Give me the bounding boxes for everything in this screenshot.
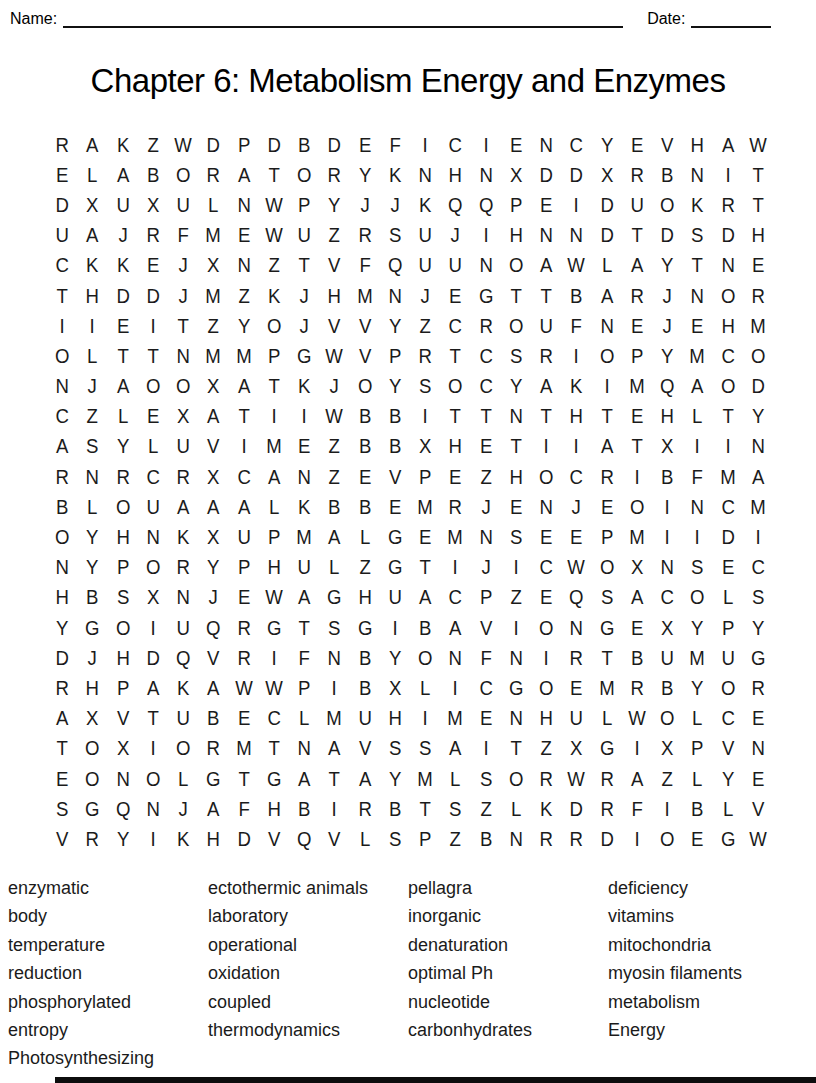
grid-cell: V	[320, 311, 348, 341]
grid-cell: L	[139, 432, 167, 462]
grid-cell: O	[653, 704, 681, 734]
grid-cell: C	[714, 704, 742, 734]
grid-cell: C	[562, 130, 590, 160]
grid-cell: Z	[532, 734, 560, 764]
grid-cell: O	[532, 673, 560, 703]
grid-cell: E	[744, 251, 772, 281]
grid-cell: D	[199, 130, 227, 160]
grid-cell: M	[290, 522, 318, 552]
grid-cell: O	[502, 251, 530, 281]
grid-cell: H	[562, 402, 590, 432]
grid-cell: H	[48, 583, 76, 613]
grid-cell: X	[411, 432, 439, 462]
grid-cell: L	[78, 160, 106, 190]
grid-cell: R	[169, 553, 197, 583]
grid-cell: S	[411, 734, 439, 764]
grid-cell: L	[351, 824, 379, 854]
grid-cell: W	[320, 341, 348, 371]
grid-cell: N	[472, 522, 500, 552]
grid-cell: U	[230, 522, 258, 552]
grid-cell: F	[562, 311, 590, 341]
grid-cell: C	[532, 553, 560, 583]
word-item: deficiency	[608, 874, 808, 902]
grid-cell: B	[351, 402, 379, 432]
grid-cell: I	[320, 794, 348, 824]
grid-cell: N	[532, 221, 560, 251]
grid-cell: D	[593, 190, 621, 220]
grid-cell: E	[381, 492, 409, 522]
grid-cell: K	[532, 794, 560, 824]
grid-cell: X	[562, 734, 590, 764]
grid-cell: J	[381, 190, 409, 220]
grid-cell: C	[653, 583, 681, 613]
grid-cell: I	[502, 613, 530, 643]
grid-cell: J	[472, 553, 500, 583]
grid-cell: O	[351, 372, 379, 402]
grid-cell: L	[109, 402, 137, 432]
grid-cell: T	[472, 402, 500, 432]
grid-cell: B	[381, 794, 409, 824]
grid-cell: I	[593, 372, 621, 402]
grid-cell: A	[199, 492, 227, 522]
grid-cell: V	[260, 824, 288, 854]
grid-cell: R	[562, 643, 590, 673]
grid-cell: B	[320, 492, 348, 522]
grid-cell: H	[260, 553, 288, 583]
grid-cell: U	[714, 643, 742, 673]
grid-cell: E	[744, 704, 772, 734]
grid-cell: H	[532, 704, 560, 734]
grid-cell: X	[623, 553, 651, 583]
grid-cell: X	[199, 251, 227, 281]
grid-cell: P	[290, 673, 318, 703]
grid-cell: P	[623, 341, 651, 371]
grid-cell: U	[623, 190, 651, 220]
grid-cell: N	[562, 613, 590, 643]
grid-cell: O	[441, 372, 469, 402]
grid-cell: C	[139, 462, 167, 492]
grid-cell: V	[351, 341, 379, 371]
grid-cell: I	[714, 160, 742, 190]
grid-cell: Q	[441, 190, 469, 220]
grid-cell: I	[502, 553, 530, 583]
word-item: mitochondria	[608, 931, 808, 959]
grid-cell: L	[593, 251, 621, 281]
grid-cell: X	[139, 583, 167, 613]
grid-cell: L	[411, 673, 439, 703]
grid-cell: A	[139, 673, 167, 703]
grid-cell: T	[411, 794, 439, 824]
word-item: vitamins	[608, 902, 808, 930]
grid-cell: J	[78, 643, 106, 673]
grid-cell: H	[78, 281, 106, 311]
grid-cell: H	[78, 673, 106, 703]
grid-cell: M	[441, 704, 469, 734]
grid-cell: K	[109, 130, 137, 160]
word-item: body	[8, 902, 208, 930]
grid-cell: E	[48, 764, 76, 794]
grid-cell: I	[714, 432, 742, 462]
grid-cell: T	[744, 160, 772, 190]
grid-cell: M	[199, 341, 227, 371]
grid-cell: Y	[199, 553, 227, 583]
grid-cell: D	[230, 824, 258, 854]
grid-cell: P	[260, 522, 288, 552]
grid-cell: D	[48, 190, 76, 220]
grid-cell: N	[48, 553, 76, 583]
grid-cell: R	[230, 613, 258, 643]
grid-cell: S	[683, 553, 711, 583]
grid-cell: I	[139, 824, 167, 854]
grid-cell: R	[593, 462, 621, 492]
grid-cell: H	[109, 643, 137, 673]
word-item: temperature	[8, 931, 208, 959]
grid-cell: A	[230, 160, 258, 190]
grid-cell: H	[109, 522, 137, 552]
grid-cell: I	[623, 734, 651, 764]
grid-cell: T	[260, 372, 288, 402]
grid-cell: D	[139, 643, 167, 673]
grid-cell: Y	[653, 251, 681, 281]
grid-cell: L	[683, 402, 711, 432]
grid-cell: I	[623, 824, 651, 854]
grid-cell: X	[109, 734, 137, 764]
grid-cell: J	[169, 281, 197, 311]
grid-cell: C	[441, 311, 469, 341]
grid-cell: X	[78, 704, 106, 734]
grid-cell: O	[109, 613, 137, 643]
grid-cell: R	[593, 764, 621, 794]
grid-cell: W	[260, 221, 288, 251]
grid-cell: C	[562, 462, 590, 492]
grid-cell: E	[623, 130, 651, 160]
grid-cell: Y	[109, 824, 137, 854]
grid-cell: E	[623, 402, 651, 432]
word-bank: enzymaticbodytemperaturereductionphospho…	[8, 874, 808, 1073]
grid-cell: Y	[593, 130, 621, 160]
grid-cell: Y	[744, 402, 772, 432]
grid-cell: T	[230, 402, 258, 432]
grid-cell: B	[139, 160, 167, 190]
word-bank-column: enzymaticbodytemperaturereductionphospho…	[8, 874, 208, 1073]
grid-cell: A	[593, 281, 621, 311]
grid-cell: Q	[653, 372, 681, 402]
grid-cell: L	[351, 522, 379, 552]
grid-cell: T	[411, 553, 439, 583]
grid-cell: N	[472, 251, 500, 281]
grid-cell: O	[502, 311, 530, 341]
grid-cell: F	[381, 130, 409, 160]
grid-cell: T	[714, 402, 742, 432]
grid-cell: I	[260, 643, 288, 673]
grid-cell: S	[381, 824, 409, 854]
grid-cell: E	[472, 432, 500, 462]
grid-cell: P	[683, 734, 711, 764]
grid-cell: B	[683, 794, 711, 824]
grid-cell: B	[653, 462, 681, 492]
word-item: oxidation	[208, 959, 408, 987]
grid-cell: M	[411, 492, 439, 522]
grid-cell: P	[109, 553, 137, 583]
grid-cell: O	[744, 341, 772, 371]
grid-cell: R	[532, 824, 560, 854]
grid-cell: X	[653, 432, 681, 462]
grid-cell: K	[260, 281, 288, 311]
grid-cell: A	[109, 160, 137, 190]
grid-cell: E	[502, 130, 530, 160]
grid-cell: Q	[562, 583, 590, 613]
grid-cell: G	[593, 613, 621, 643]
grid-cell: N	[593, 311, 621, 341]
grid-cell: U	[169, 432, 197, 462]
grid-cell: M	[320, 704, 348, 734]
grid-cell: L	[714, 794, 742, 824]
grid-cell: O	[653, 190, 681, 220]
grid-cell: G	[593, 734, 621, 764]
grid-cell: W	[744, 130, 772, 160]
grid-cell: G	[714, 824, 742, 854]
word-bank-column: ectothermic animalslaboratoryoperational…	[208, 874, 408, 1044]
grid-cell: D	[653, 221, 681, 251]
word-item: carbonhydrates	[408, 1016, 608, 1044]
grid-cell: G	[78, 613, 106, 643]
word-item: Photosynthesizing	[8, 1044, 208, 1072]
grid-cell: U	[48, 221, 76, 251]
grid-cell: S	[593, 583, 621, 613]
grid-cell: B	[48, 492, 76, 522]
grid-cell: N	[411, 160, 439, 190]
grid-cell: N	[290, 462, 318, 492]
grid-cell: O	[623, 492, 651, 522]
grid-cell: B	[653, 673, 681, 703]
grid-cell: R	[411, 341, 439, 371]
grid-cell: I	[683, 522, 711, 552]
grid-cell: N	[744, 734, 772, 764]
word-item: laboratory	[208, 902, 408, 930]
grid-cell: X	[381, 673, 409, 703]
grid-cell: V	[653, 130, 681, 160]
grid-cell: I	[230, 432, 258, 462]
grid-cell: Z	[472, 462, 500, 492]
grid-cell: O	[714, 281, 742, 311]
grid-cell: L	[260, 492, 288, 522]
grid-cell: W	[260, 190, 288, 220]
grid-cell: Y	[320, 190, 348, 220]
grid-cell: V	[351, 311, 379, 341]
grid-cell: H	[199, 824, 227, 854]
grid-cell: A	[320, 522, 348, 552]
grid-cell: S	[411, 372, 439, 402]
grid-cell: I	[381, 613, 409, 643]
grid-cell: U	[290, 553, 318, 583]
grid-cell: C	[48, 402, 76, 432]
grid-cell: M	[441, 522, 469, 552]
grid-cell: N	[381, 281, 409, 311]
grid-cell: Y	[381, 764, 409, 794]
grid-cell: I	[290, 402, 318, 432]
grid-cell: N	[653, 553, 681, 583]
grid-cell: D	[532, 160, 560, 190]
grid-cell: P	[411, 462, 439, 492]
grid-cell: D	[260, 130, 288, 160]
grid-cell: G	[78, 794, 106, 824]
grid-cell: S	[502, 522, 530, 552]
grid-cell: X	[593, 160, 621, 190]
grid-cell: A	[230, 372, 258, 402]
grid-cell: Z	[472, 794, 500, 824]
grid-cell: J	[411, 281, 439, 311]
grid-cell: S	[472, 764, 500, 794]
grid-cell: O	[169, 734, 197, 764]
grid-cell: T	[441, 341, 469, 371]
word-item: reduction	[8, 959, 208, 987]
grid-cell: E	[683, 824, 711, 854]
grid-cell: K	[169, 522, 197, 552]
grid-cell: P	[472, 583, 500, 613]
grid-cell: R	[532, 764, 560, 794]
grid-cell: U	[411, 251, 439, 281]
grid-cell: L	[320, 553, 348, 583]
grid-cell: L	[714, 583, 742, 613]
grid-cell: M	[593, 673, 621, 703]
grid-cell: R	[472, 311, 500, 341]
grid-cell: A	[320, 734, 348, 764]
word-item: phosphorylated	[8, 988, 208, 1016]
grid-cell: D	[139, 281, 167, 311]
bottom-edge-bar	[55, 1077, 816, 1083]
grid-cell: S	[381, 734, 409, 764]
grid-cell: H	[502, 221, 530, 251]
grid-cell: E	[502, 492, 530, 522]
grid-cell: R	[351, 221, 379, 251]
grid-cell: T	[169, 311, 197, 341]
grid-cell: A	[290, 764, 318, 794]
grid-cell: J	[290, 281, 318, 311]
grid-cell: I	[744, 522, 772, 552]
grid-cell: Y	[683, 613, 711, 643]
grid-cell: Z	[320, 462, 348, 492]
grid-cell: X	[78, 190, 106, 220]
grid-cell: A	[623, 583, 651, 613]
grid-cell: M	[199, 221, 227, 251]
grid-cell: H	[744, 221, 772, 251]
grid-cell: O	[532, 462, 560, 492]
grid-cell: S	[78, 432, 106, 462]
grid-cell: U	[169, 704, 197, 734]
grid-cell: Y	[78, 553, 106, 583]
word-item: coupled	[208, 988, 408, 1016]
grid-cell: R	[109, 462, 137, 492]
grid-cell: P	[109, 673, 137, 703]
grid-cell: R	[78, 824, 106, 854]
grid-cell: T	[441, 402, 469, 432]
grid-cell: D	[320, 130, 348, 160]
grid-cell: Y	[381, 311, 409, 341]
grid-cell: U	[109, 190, 137, 220]
grid-cell: R	[199, 160, 227, 190]
grid-cell: W	[562, 764, 590, 794]
grid-cell: N	[441, 643, 469, 673]
grid-cell: Y	[683, 673, 711, 703]
grid-cell: U	[411, 221, 439, 251]
grid-cell: N	[169, 341, 197, 371]
grid-cell: G	[320, 583, 348, 613]
grid-cell: W	[169, 130, 197, 160]
grid-cell: H	[653, 402, 681, 432]
grid-cell: I	[532, 643, 560, 673]
grid-cell: U	[562, 704, 590, 734]
page-title: Chapter 6: Metabolism Energy and Enzymes	[0, 62, 816, 100]
grid-cell: T	[593, 402, 621, 432]
grid-cell: D	[109, 281, 137, 311]
grid-cell: X	[199, 522, 227, 552]
grid-cell: N	[230, 190, 258, 220]
grid-cell: A	[48, 704, 76, 734]
grid-cell: N	[502, 824, 530, 854]
word-item: denaturation	[408, 931, 608, 959]
grid-cell: V	[320, 251, 348, 281]
grid-cell: M	[714, 462, 742, 492]
grid-cell: A	[199, 673, 227, 703]
grid-cell: L	[683, 704, 711, 734]
name-label: Name:	[10, 10, 63, 28]
grid-cell: L	[290, 704, 318, 734]
grid-cell: F	[290, 643, 318, 673]
grid-cell: A	[714, 130, 742, 160]
grid-cell: E	[290, 432, 318, 462]
grid-cell: T	[109, 341, 137, 371]
grid-cell: E	[230, 221, 258, 251]
grid-cell: Y	[109, 432, 137, 462]
grid-cell: V	[381, 462, 409, 492]
grid-cell: Q	[472, 190, 500, 220]
grid-cell: M	[683, 643, 711, 673]
grid-cell: K	[381, 160, 409, 190]
date-label: Date:	[647, 10, 691, 28]
grid-cell: H	[502, 462, 530, 492]
grid-cell: R	[623, 673, 651, 703]
grid-cell: N	[320, 643, 348, 673]
grid-cell: S	[744, 583, 772, 613]
grid-cell: R	[532, 341, 560, 371]
word-search-grid: RAKZWDPDBDEFICIENCYEVHAWELABORATORYKNHNX…	[47, 130, 773, 855]
grid-cell: K	[290, 372, 318, 402]
grid-cell: E	[532, 583, 560, 613]
grid-cell: V	[109, 704, 137, 734]
grid-cell: D	[744, 372, 772, 402]
grid-cell: A	[260, 462, 288, 492]
grid-cell: Q	[199, 613, 227, 643]
grid-cell: I	[653, 794, 681, 824]
grid-cell: P	[714, 613, 742, 643]
grid-cell: O	[169, 372, 197, 402]
word-item: myosin filaments	[608, 959, 808, 987]
grid-cell: V	[714, 734, 742, 764]
grid-cell: G	[502, 673, 530, 703]
grid-cell: E	[623, 613, 651, 643]
grid-cell: B	[381, 402, 409, 432]
grid-cell: C	[441, 583, 469, 613]
grid-cell: B	[351, 673, 379, 703]
grid-cell: Z	[411, 311, 439, 341]
grid-cell: A	[199, 794, 227, 824]
grid-cell: G	[199, 764, 227, 794]
grid-cell: H	[381, 704, 409, 734]
grid-cell: S	[502, 341, 530, 371]
grid-cell: E	[472, 704, 500, 734]
grid-cell: H	[351, 583, 379, 613]
grid-cell: I	[562, 341, 590, 371]
